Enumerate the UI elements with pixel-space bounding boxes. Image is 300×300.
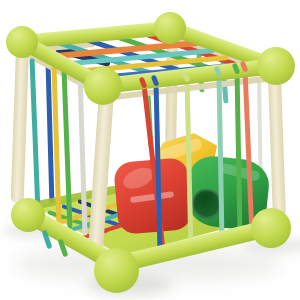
corner-ball-top-left (6, 26, 38, 58)
corner-ball-bottom-right (251, 208, 291, 248)
red-block-slot (130, 191, 174, 203)
band-left-teal (30, 58, 41, 212)
corner-ball-bottom-front (94, 248, 139, 293)
corner-ball-bottom-left (11, 198, 45, 232)
corner-ball-top-front (84, 67, 122, 105)
corner-ball-top-right (257, 47, 295, 85)
activity-cube-photo: Baby activity cube toy on a white backgr… (0, 0, 300, 300)
corner-ball-top-back (154, 12, 186, 44)
